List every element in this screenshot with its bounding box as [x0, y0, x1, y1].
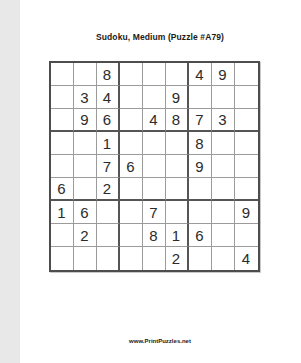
cell-r6c1: 6 [51, 178, 74, 201]
cell-r6c8 [212, 178, 235, 201]
cell-r2c8 [212, 86, 235, 109]
cell-r4c5 [143, 132, 166, 155]
cell-r9c3 [97, 247, 120, 270]
cell-r6c9 [235, 178, 258, 201]
cell-r4c1 [51, 132, 74, 155]
source-url: www.PrintPuzzles.net [20, 338, 301, 344]
cell-r1c4 [120, 63, 143, 86]
cell-r8c1 [51, 224, 74, 247]
cell-r5c3: 7 [97, 155, 120, 178]
cell-r7c4 [120, 201, 143, 224]
cell-r2c4 [120, 86, 143, 109]
cell-r2c5 [143, 86, 166, 109]
puzzle-title: Sudoku, Medium (Puzzle #A79) [20, 32, 301, 42]
cell-r9c5 [143, 247, 166, 270]
cell-r9c2 [74, 247, 97, 270]
cell-r3c2: 9 [74, 109, 97, 132]
cell-r1c6 [166, 63, 189, 86]
cell-r6c3: 2 [97, 178, 120, 201]
cell-r7c3 [97, 201, 120, 224]
cell-r6c4 [120, 178, 143, 201]
print-page: Sudoku, Medium (Puzzle #A79) 84934996487… [20, 0, 301, 363]
cell-r5c5 [143, 155, 166, 178]
cell-r2c7 [189, 86, 212, 109]
cell-r5c9 [235, 155, 258, 178]
cell-r1c7: 4 [189, 63, 212, 86]
cell-r9c4 [120, 247, 143, 270]
cell-r2c3: 4 [97, 86, 120, 109]
cell-r3c1 [51, 109, 74, 132]
cell-r3c7: 7 [189, 109, 212, 132]
cell-r5c1 [51, 155, 74, 178]
cell-r2c9 [235, 86, 258, 109]
cell-r2c6: 9 [166, 86, 189, 109]
cell-r4c6 [166, 132, 189, 155]
cell-r9c9: 4 [235, 247, 258, 270]
cell-r4c4 [120, 132, 143, 155]
cell-r7c1: 1 [51, 201, 74, 224]
cell-r7c5: 7 [143, 201, 166, 224]
cell-r4c8 [212, 132, 235, 155]
cell-r6c2 [74, 178, 97, 201]
cell-r5c4: 6 [120, 155, 143, 178]
cell-r8c6: 1 [166, 224, 189, 247]
cell-r4c3: 1 [97, 132, 120, 155]
cell-r8c9 [235, 224, 258, 247]
cell-r3c9 [235, 109, 258, 132]
cell-r6c7 [189, 178, 212, 201]
cell-r8c7: 6 [189, 224, 212, 247]
cell-r6c6 [166, 178, 189, 201]
cell-r3c6: 8 [166, 109, 189, 132]
cell-r2c1 [51, 86, 74, 109]
cell-r8c2: 2 [74, 224, 97, 247]
cell-r4c7: 8 [189, 132, 212, 155]
cell-r7c9: 9 [235, 201, 258, 224]
cell-r8c4 [120, 224, 143, 247]
cell-r9c8 [212, 247, 235, 270]
cell-r6c5 [143, 178, 166, 201]
cell-r3c3: 6 [97, 109, 120, 132]
cell-r9c7 [189, 247, 212, 270]
cell-r1c5 [143, 63, 166, 86]
cell-r3c8: 3 [212, 109, 235, 132]
cell-r4c2 [74, 132, 97, 155]
cell-r3c4 [120, 109, 143, 132]
cell-r5c6 [166, 155, 189, 178]
cell-r1c9 [235, 63, 258, 86]
cell-r5c7: 9 [189, 155, 212, 178]
cell-r1c3: 8 [97, 63, 120, 86]
cell-r3c5: 4 [143, 109, 166, 132]
cell-r1c2 [74, 63, 97, 86]
cell-r9c1 [51, 247, 74, 270]
cell-r9c6: 2 [166, 247, 189, 270]
cell-r5c8 [212, 155, 235, 178]
cell-r7c8 [212, 201, 235, 224]
cell-r1c8: 9 [212, 63, 235, 86]
cell-r7c6 [166, 201, 189, 224]
cell-r8c3 [97, 224, 120, 247]
cell-r7c2: 6 [74, 201, 97, 224]
cell-r8c8 [212, 224, 235, 247]
sudoku-grid: 84934996487318769621679281624 [49, 61, 260, 272]
cell-r1c1 [51, 63, 74, 86]
cell-r2c2: 3 [74, 86, 97, 109]
cell-r7c7 [189, 201, 212, 224]
cell-r4c9 [235, 132, 258, 155]
cell-r5c2 [74, 155, 97, 178]
cell-r8c5: 8 [143, 224, 166, 247]
